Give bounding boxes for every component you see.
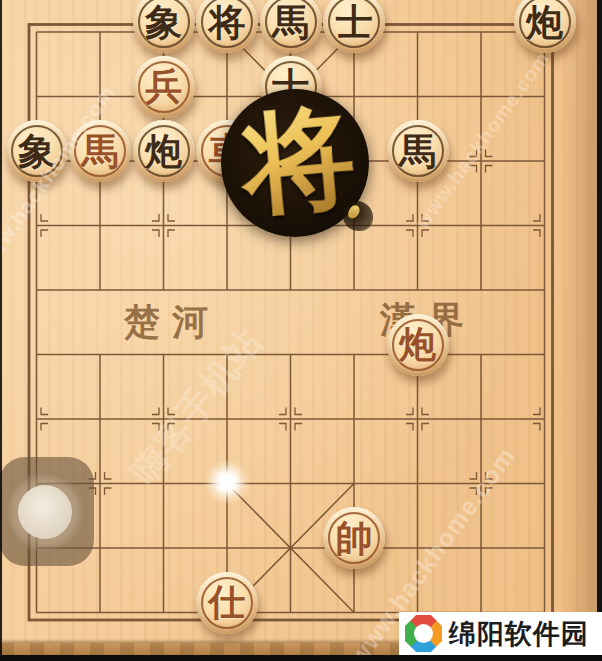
- site-logo-banner: 绵阳软件园: [399, 612, 602, 655]
- piece-glyph: 馬: [69, 120, 131, 182]
- piece-glyph: 仕: [196, 572, 258, 634]
- pinwheel-logo-icon: [405, 615, 442, 652]
- bottom-letterbox-bar: [0, 655, 602, 661]
- xiangqi-screenshot: 楚河 漢界 象将馬士炮兵士象馬炮車馬炮帥仕 将 www.hackhome.com…: [0, 0, 602, 661]
- piece-red-general[interactable]: 帥: [323, 507, 385, 569]
- piece-glyph: 士: [323, 0, 385, 53]
- piece-black-cannon[interactable]: 炮: [514, 0, 576, 53]
- piece-glyph: 馬: [260, 0, 322, 53]
- piece-black-elephant[interactable]: 象: [133, 0, 195, 53]
- piece-glyph: 象: [133, 0, 195, 53]
- site-name: 绵阳软件园: [449, 616, 589, 652]
- piece-glyph: 象: [6, 120, 68, 182]
- right-letterbox-bar: [597, 0, 602, 655]
- piece-glyph: 炮: [387, 314, 449, 376]
- piece-glyph: 炮: [514, 0, 576, 53]
- piece-red-horse[interactable]: 馬: [69, 120, 131, 182]
- screen-recorder-touch-button[interactable]: [0, 457, 94, 566]
- piece-black-general[interactable]: 将: [196, 0, 258, 53]
- piece-black-advisor[interactable]: 士: [323, 0, 385, 53]
- check-announcement-overlay: 将: [221, 89, 369, 237]
- touch-button-core: [18, 485, 72, 539]
- piece-black-cannon[interactable]: 炮: [133, 120, 195, 182]
- move-origin-glow-marker: [204, 459, 250, 505]
- piece-glyph: 炮: [133, 120, 195, 182]
- left-letterbox-bar: [0, 0, 2, 655]
- piece-glyph: 帥: [323, 507, 385, 569]
- piece-red-cannon[interactable]: 炮: [387, 314, 449, 376]
- piece-black-elephant[interactable]: 象: [6, 120, 68, 182]
- piece-black-horse[interactable]: 馬: [260, 0, 322, 53]
- piece-red-advisor[interactable]: 仕: [196, 572, 258, 634]
- piece-glyph: 兵: [133, 56, 195, 118]
- piece-black-horse[interactable]: 馬: [387, 120, 449, 182]
- piece-glyph: 馬: [387, 120, 449, 182]
- piece-red-soldier[interactable]: 兵: [133, 56, 195, 118]
- piece-glyph: 将: [196, 0, 258, 53]
